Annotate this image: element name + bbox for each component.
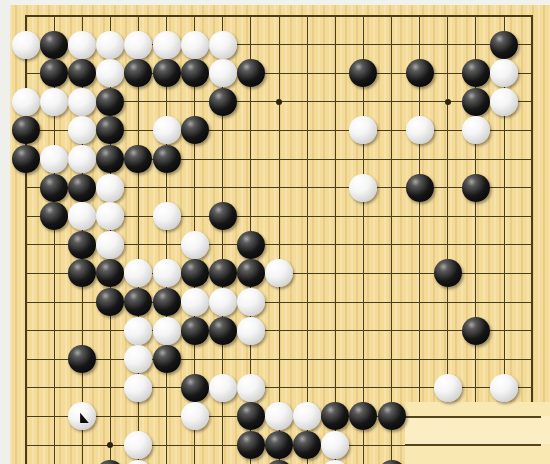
white-stone[interactable] bbox=[321, 431, 349, 459]
black-stone[interactable] bbox=[349, 59, 377, 87]
white-stone[interactable] bbox=[40, 145, 68, 173]
white-stone[interactable] bbox=[68, 116, 96, 144]
white-stone[interactable] bbox=[209, 288, 237, 316]
black-stone[interactable] bbox=[181, 259, 209, 287]
black-stone[interactable] bbox=[209, 317, 237, 345]
white-stone[interactable] bbox=[68, 202, 96, 230]
black-stone[interactable] bbox=[378, 460, 406, 464]
black-stone[interactable] bbox=[153, 145, 181, 173]
grid-hline bbox=[25, 330, 533, 331]
white-stone[interactable] bbox=[12, 88, 40, 116]
white-stone[interactable] bbox=[237, 317, 265, 345]
black-stone[interactable] bbox=[209, 88, 237, 116]
white-stone[interactable] bbox=[40, 88, 68, 116]
black-stone[interactable] bbox=[265, 431, 293, 459]
white-stone[interactable] bbox=[124, 431, 152, 459]
grid-vline bbox=[391, 16, 392, 464]
white-stone[interactable] bbox=[124, 259, 152, 287]
white-stone[interactable] bbox=[237, 288, 265, 316]
white-stone[interactable] bbox=[124, 317, 152, 345]
go-board[interactable] bbox=[10, 5, 550, 464]
black-stone[interactable] bbox=[153, 288, 181, 316]
black-stone[interactable] bbox=[12, 145, 40, 173]
white-stone[interactable] bbox=[265, 402, 293, 430]
white-stone[interactable] bbox=[434, 374, 462, 402]
grid-hline bbox=[25, 359, 533, 360]
white-stone[interactable] bbox=[490, 59, 518, 87]
black-stone[interactable] bbox=[378, 402, 406, 430]
black-stone[interactable] bbox=[153, 345, 181, 373]
black-stone[interactable] bbox=[153, 59, 181, 87]
black-stone[interactable] bbox=[237, 431, 265, 459]
grid-hline bbox=[25, 15, 533, 17]
black-stone[interactable] bbox=[68, 345, 96, 373]
white-stone[interactable] bbox=[153, 259, 181, 287]
white-stone[interactable] bbox=[153, 116, 181, 144]
white-stone[interactable] bbox=[124, 374, 152, 402]
black-stone[interactable] bbox=[68, 231, 96, 259]
black-stone[interactable] bbox=[96, 116, 124, 144]
redraw-overlay bbox=[405, 402, 550, 464]
black-stone[interactable] bbox=[68, 259, 96, 287]
black-stone[interactable] bbox=[68, 174, 96, 202]
black-stone[interactable] bbox=[40, 202, 68, 230]
white-stone[interactable] bbox=[153, 202, 181, 230]
black-stone[interactable] bbox=[181, 116, 209, 144]
black-stone[interactable] bbox=[124, 288, 152, 316]
black-stone[interactable] bbox=[462, 174, 490, 202]
white-stone[interactable] bbox=[209, 59, 237, 87]
black-stone[interactable] bbox=[96, 259, 124, 287]
white-stone[interactable] bbox=[68, 145, 96, 173]
star-point bbox=[445, 99, 451, 105]
black-stone[interactable] bbox=[237, 402, 265, 430]
white-stone[interactable] bbox=[96, 174, 124, 202]
white-stone[interactable] bbox=[321, 460, 349, 464]
black-stone[interactable] bbox=[181, 374, 209, 402]
grid-vline bbox=[531, 16, 533, 464]
black-stone[interactable] bbox=[181, 59, 209, 87]
white-stone[interactable] bbox=[124, 31, 152, 59]
redraw-hline-row15 bbox=[405, 416, 541, 418]
grid-vline bbox=[307, 16, 308, 464]
black-stone[interactable] bbox=[96, 145, 124, 173]
white-stone[interactable] bbox=[181, 288, 209, 316]
white-stone[interactable] bbox=[490, 88, 518, 116]
white-stone[interactable] bbox=[96, 202, 124, 230]
white-stone[interactable] bbox=[349, 116, 377, 144]
black-stone[interactable] bbox=[237, 259, 265, 287]
black-stone[interactable] bbox=[490, 31, 518, 59]
white-stone[interactable] bbox=[462, 116, 490, 144]
window-margin-left bbox=[0, 0, 10, 464]
black-stone[interactable] bbox=[40, 59, 68, 87]
black-stone[interactable] bbox=[349, 402, 377, 430]
black-stone[interactable] bbox=[124, 59, 152, 87]
white-stone[interactable] bbox=[209, 374, 237, 402]
redraw-hline-row16 bbox=[405, 444, 541, 446]
white-stone[interactable] bbox=[181, 31, 209, 59]
black-stone[interactable] bbox=[40, 174, 68, 202]
white-stone[interactable] bbox=[209, 31, 237, 59]
star-point bbox=[276, 99, 282, 105]
black-stone[interactable] bbox=[237, 59, 265, 87]
star-point bbox=[107, 442, 113, 448]
black-stone[interactable] bbox=[237, 231, 265, 259]
white-stone[interactable] bbox=[181, 402, 209, 430]
white-stone[interactable] bbox=[406, 116, 434, 144]
white-stone[interactable] bbox=[96, 231, 124, 259]
white-stone[interactable] bbox=[96, 59, 124, 87]
black-stone[interactable] bbox=[96, 460, 124, 464]
black-stone[interactable] bbox=[40, 31, 68, 59]
redraw-overlay-band bbox=[405, 416, 550, 444]
white-stone[interactable] bbox=[490, 374, 518, 402]
white-stone[interactable] bbox=[96, 31, 124, 59]
black-stone[interactable] bbox=[265, 460, 293, 464]
black-stone[interactable] bbox=[321, 402, 349, 430]
go-app-screenshot bbox=[0, 0, 550, 464]
black-stone[interactable] bbox=[209, 259, 237, 287]
black-stone[interactable] bbox=[181, 317, 209, 345]
white-stone[interactable] bbox=[68, 31, 96, 59]
grid-vline bbox=[25, 16, 27, 464]
black-stone[interactable] bbox=[406, 174, 434, 202]
black-stone[interactable] bbox=[462, 59, 490, 87]
white-stone[interactable] bbox=[349, 174, 377, 202]
white-stone[interactable] bbox=[12, 31, 40, 59]
white-stone[interactable] bbox=[68, 88, 96, 116]
white-stone[interactable] bbox=[153, 317, 181, 345]
grid-vline bbox=[279, 16, 280, 464]
black-stone[interactable] bbox=[293, 431, 321, 459]
black-stone[interactable] bbox=[124, 145, 152, 173]
white-stone[interactable] bbox=[153, 31, 181, 59]
black-stone[interactable] bbox=[96, 288, 124, 316]
white-stone[interactable] bbox=[124, 345, 152, 373]
white-stone[interactable] bbox=[293, 402, 321, 430]
white-stone[interactable] bbox=[237, 374, 265, 402]
black-stone[interactable] bbox=[462, 317, 490, 345]
white-stone[interactable] bbox=[181, 231, 209, 259]
black-stone[interactable] bbox=[406, 59, 434, 87]
white-stone[interactable] bbox=[265, 259, 293, 287]
white-stone[interactable] bbox=[124, 460, 152, 464]
black-stone[interactable] bbox=[12, 116, 40, 144]
black-stone[interactable] bbox=[96, 88, 124, 116]
black-stone[interactable] bbox=[434, 259, 462, 287]
black-stone[interactable] bbox=[462, 88, 490, 116]
black-stone[interactable] bbox=[68, 59, 96, 87]
grid-vline bbox=[335, 16, 336, 464]
black-stone[interactable] bbox=[209, 202, 237, 230]
